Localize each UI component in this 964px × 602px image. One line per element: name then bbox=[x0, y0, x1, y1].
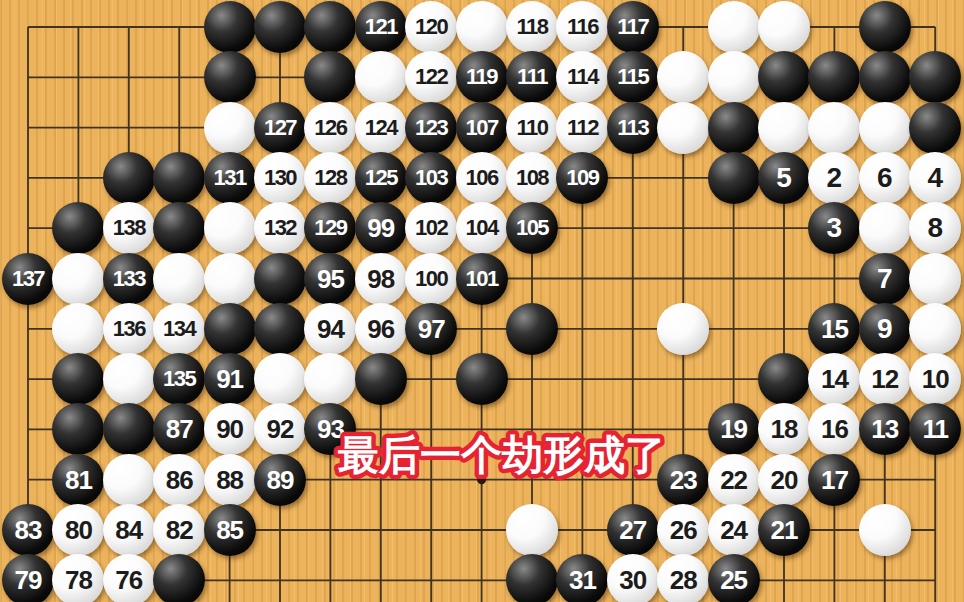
go-board[interactable]: 1211201181161171221191111141151271261241… bbox=[0, 0, 964, 602]
caption-overlay: 最后一个劫形成了 bbox=[0, 0, 964, 602]
caption-text: 最后一个劫形成了 bbox=[337, 432, 666, 478]
